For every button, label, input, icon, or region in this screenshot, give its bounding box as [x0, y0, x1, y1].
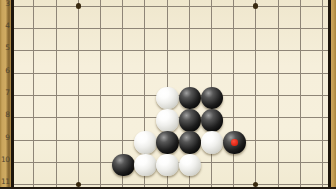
white-stone	[156, 109, 179, 132]
white-stone	[134, 154, 157, 177]
star-point	[253, 3, 258, 8]
row-coordinate-label: 5	[0, 44, 10, 52]
black-stone	[156, 131, 179, 154]
grid-line-horizontal	[12, 28, 330, 29]
black-stone	[201, 109, 224, 132]
row-coordinate-label: 10	[0, 156, 10, 164]
row-coordinate-label: 3	[0, 0, 10, 8]
board-frame-right	[331, 0, 336, 189]
white-stone	[134, 131, 157, 154]
black-stone	[179, 87, 202, 110]
row-coordinate-label: 9	[0, 134, 10, 142]
bottom-edge-shadow	[0, 187, 336, 189]
white-stone	[201, 131, 224, 154]
row-coordinate-label: 7	[0, 89, 10, 97]
black-stone	[223, 131, 246, 154]
white-stone	[179, 154, 202, 177]
star-point	[76, 3, 81, 8]
gomoku-board-screenshot: 34567891011	[0, 0, 336, 189]
black-stone	[201, 87, 224, 110]
grid-line-horizontal	[12, 50, 330, 51]
grid-line-horizontal	[12, 184, 330, 185]
black-stone	[112, 154, 135, 177]
white-stone	[156, 87, 179, 110]
black-stone	[179, 109, 202, 132]
board-edge-left	[11, 0, 14, 189]
white-stone	[156, 154, 179, 177]
row-coordinate-label: 11	[0, 178, 10, 186]
row-coordinate-label: 8	[0, 111, 10, 119]
row-coordinate-label: 6	[0, 67, 10, 75]
black-stone	[179, 131, 202, 154]
grid-line-horizontal	[12, 73, 330, 74]
grid-line-horizontal	[12, 6, 330, 7]
last-move-marker	[231, 139, 238, 146]
row-coordinate-label: 4	[0, 22, 10, 30]
